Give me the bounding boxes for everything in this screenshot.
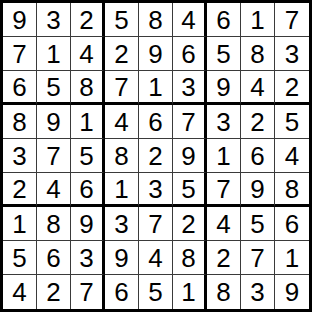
sudoku-cell[interactable]: 1 [3,207,37,241]
sudoku-cell[interactable]: 3 [241,275,275,309]
sudoku-cell[interactable]: 4 [105,105,139,139]
sudoku-cell[interactable]: 6 [241,139,275,173]
sudoku-cell[interactable]: 5 [275,105,309,139]
sudoku-cell[interactable]: 7 [139,207,173,241]
sudoku-cell[interactable]: 1 [71,105,105,139]
sudoku-cell[interactable]: 7 [71,275,105,309]
sudoku-cell[interactable]: 7 [207,173,241,207]
sudoku-cell[interactable]: 6 [71,173,105,207]
sudoku-cell[interactable]: 1 [37,37,71,71]
sudoku-cell[interactable]: 1 [241,3,275,37]
sudoku-cell[interactable]: 8 [71,71,105,105]
sudoku-cell[interactable]: 2 [241,105,275,139]
sudoku-cell[interactable]: 7 [173,105,207,139]
sudoku-cell[interactable]: 5 [241,207,275,241]
sudoku-cell[interactable]: 9 [105,241,139,275]
sudoku-cell[interactable]: 6 [173,37,207,71]
sudoku-cell[interactable]: 1 [275,241,309,275]
sudoku-cell[interactable]: 3 [173,71,207,105]
sudoku-cell[interactable]: 3 [3,139,37,173]
sudoku-cell[interactable]: 6 [275,207,309,241]
sudoku-cell[interactable]: 3 [207,105,241,139]
sudoku-cell[interactable]: 2 [173,207,207,241]
sudoku-cell[interactable]: 8 [3,105,37,139]
sudoku-cell[interactable]: 3 [105,207,139,241]
sudoku-cell[interactable]: 2 [207,241,241,275]
sudoku-cell[interactable]: 9 [173,139,207,173]
sudoku-cell[interactable]: 4 [241,71,275,105]
sudoku-cell[interactable]: 8 [241,37,275,71]
sudoku-cell[interactable]: 8 [105,139,139,173]
sudoku-cell[interactable]: 3 [139,173,173,207]
sudoku-cell[interactable]: 7 [241,241,275,275]
sudoku-cell[interactable]: 8 [139,3,173,37]
sudoku-cell[interactable]: 2 [105,37,139,71]
sudoku-cell[interactable]: 8 [37,207,71,241]
sudoku-cell[interactable]: 9 [37,105,71,139]
sudoku-cell[interactable]: 8 [275,173,309,207]
sudoku-cell[interactable]: 3 [71,241,105,275]
sudoku-cell[interactable]: 6 [207,3,241,37]
sudoku-cell[interactable]: 9 [207,71,241,105]
sudoku-cell[interactable]: 1 [207,139,241,173]
sudoku-cell[interactable]: 6 [105,275,139,309]
sudoku-cell[interactable]: 5 [71,139,105,173]
sudoku-cell[interactable]: 4 [71,37,105,71]
sudoku-cell[interactable]: 7 [105,71,139,105]
sudoku-cell[interactable]: 5 [173,173,207,207]
sudoku-cell[interactable]: 9 [71,207,105,241]
sudoku-cell[interactable]: 9 [275,275,309,309]
sudoku-cell[interactable]: 5 [3,241,37,275]
sudoku-cell[interactable]: 7 [37,139,71,173]
sudoku-cell[interactable]: 9 [241,173,275,207]
sudoku-cell[interactable]: 1 [105,173,139,207]
sudoku-cell[interactable]: 5 [207,37,241,71]
sudoku-cell[interactable]: 4 [37,173,71,207]
sudoku-cell[interactable]: 1 [173,275,207,309]
sudoku-cell[interactable]: 8 [173,241,207,275]
sudoku-cell[interactable]: 7 [3,37,37,71]
sudoku-cell[interactable]: 8 [207,275,241,309]
sudoku-cell[interactable]: 2 [71,3,105,37]
sudoku-cell[interactable]: 3 [37,3,71,37]
sudoku-cell[interactable]: 2 [37,275,71,309]
sudoku-cell[interactable]: 4 [3,275,37,309]
sudoku-cell[interactable]: 4 [275,139,309,173]
sudoku-cell[interactable]: 5 [37,71,71,105]
sudoku-cell[interactable]: 3 [275,37,309,71]
sudoku-cell[interactable]: 6 [3,71,37,105]
sudoku-cell[interactable]: 9 [139,37,173,71]
sudoku-cell[interactable]: 5 [139,275,173,309]
sudoku-cell[interactable]: 1 [139,71,173,105]
sudoku-cell[interactable]: 9 [3,3,37,37]
sudoku-board: 9325846177142965836587139428914673253758… [0,0,312,312]
sudoku-cell[interactable]: 4 [207,207,241,241]
sudoku-cell[interactable]: 6 [37,241,71,275]
sudoku-cell[interactable]: 4 [139,241,173,275]
sudoku-cell[interactable]: 5 [105,3,139,37]
sudoku-cell[interactable]: 2 [275,71,309,105]
sudoku-cell[interactable]: 4 [173,3,207,37]
sudoku-cell[interactable]: 2 [3,173,37,207]
sudoku-cell[interactable]: 7 [275,3,309,37]
sudoku-cell[interactable]: 6 [139,105,173,139]
sudoku-cell[interactable]: 2 [139,139,173,173]
